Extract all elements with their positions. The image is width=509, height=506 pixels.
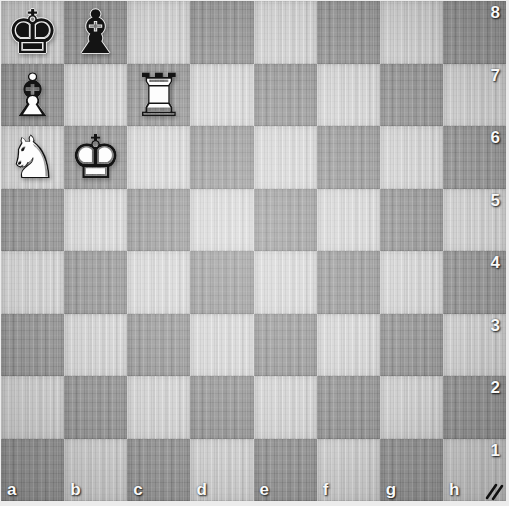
square-e5[interactable] [254, 189, 317, 252]
white-bishop-a7[interactable]: ♝♗ [1, 64, 64, 127]
square-b3[interactable] [64, 314, 127, 377]
piece-outline-glyph: ♗ [1, 64, 64, 127]
square-e7[interactable] [254, 64, 317, 127]
piece-outline-glyph: ♘ [1, 126, 64, 189]
rank-label-7: 7 [491, 67, 500, 84]
square-a8[interactable]: ♚ [1, 1, 64, 64]
square-c7[interactable]: ♜♖ [127, 64, 190, 127]
piece-glyph: ♝ [64, 1, 127, 64]
square-c8[interactable] [127, 1, 190, 64]
rank-label-1: 1 [491, 442, 500, 459]
square-d1[interactable]: d [190, 439, 253, 502]
rank-label-6: 6 [491, 129, 500, 146]
square-e1[interactable]: e [254, 439, 317, 502]
square-d8[interactable] [190, 1, 253, 64]
white-king-b6[interactable]: ♚♔ [64, 126, 127, 189]
square-b7[interactable] [64, 64, 127, 127]
square-d5[interactable] [190, 189, 253, 252]
square-e2[interactable] [254, 376, 317, 439]
file-label-f: f [323, 481, 329, 498]
square-b4[interactable] [64, 251, 127, 314]
square-c2[interactable] [127, 376, 190, 439]
board: ♚♝8♝♗♜♖7♞♘♚♔65432abcdefgh1 [1, 1, 506, 501]
square-f3[interactable] [317, 314, 380, 377]
chess-app-window: { "game": "chess", "position": "kb6/B1R5… [0, 0, 509, 506]
square-e3[interactable] [254, 314, 317, 377]
square-b2[interactable] [64, 376, 127, 439]
square-a1[interactable]: a [1, 439, 64, 502]
square-c1[interactable]: c [127, 439, 190, 502]
square-h8[interactable]: 8 [443, 1, 506, 64]
white-rook-c7[interactable]: ♜♖ [127, 64, 190, 127]
square-g4[interactable] [380, 251, 443, 314]
white-knight-a6[interactable]: ♞♘ [1, 126, 64, 189]
square-d3[interactable] [190, 314, 253, 377]
square-e6[interactable] [254, 126, 317, 189]
square-f2[interactable] [317, 376, 380, 439]
rank-label-3: 3 [491, 317, 500, 334]
square-a5[interactable] [1, 189, 64, 252]
square-g3[interactable] [380, 314, 443, 377]
black-bishop-b8[interactable]: ♝ [64, 1, 127, 64]
square-h6[interactable]: 6 [443, 126, 506, 189]
square-g2[interactable] [380, 376, 443, 439]
square-a3[interactable] [1, 314, 64, 377]
square-d2[interactable] [190, 376, 253, 439]
piece-outline-glyph: ♔ [64, 126, 127, 189]
square-h3[interactable]: 3 [443, 314, 506, 377]
square-h2[interactable]: 2 [443, 376, 506, 439]
square-d4[interactable] [190, 251, 253, 314]
square-b8[interactable]: ♝ [64, 1, 127, 64]
square-g7[interactable] [380, 64, 443, 127]
rank-label-4: 4 [491, 254, 500, 271]
piece-glyph: ♚ [1, 1, 64, 64]
square-a6[interactable]: ♞♘ [1, 126, 64, 189]
square-b1[interactable]: b [64, 439, 127, 502]
square-h4[interactable]: 4 [443, 251, 506, 314]
square-g6[interactable] [380, 126, 443, 189]
square-f8[interactable] [317, 1, 380, 64]
square-a7[interactable]: ♝♗ [1, 64, 64, 127]
square-b6[interactable]: ♚♔ [64, 126, 127, 189]
square-c4[interactable] [127, 251, 190, 314]
square-f7[interactable] [317, 64, 380, 127]
square-b5[interactable] [64, 189, 127, 252]
square-c3[interactable] [127, 314, 190, 377]
square-c6[interactable] [127, 126, 190, 189]
rank-label-5: 5 [491, 192, 500, 209]
square-h7[interactable]: 7 [443, 64, 506, 127]
piece-outline-glyph: ♖ [127, 64, 190, 127]
square-f5[interactable] [317, 189, 380, 252]
file-label-g: g [386, 481, 396, 498]
square-e4[interactable] [254, 251, 317, 314]
square-d6[interactable] [190, 126, 253, 189]
file-label-e: e [260, 481, 269, 498]
square-d7[interactable] [190, 64, 253, 127]
resize-handle-icon[interactable] [484, 481, 505, 502]
file-label-d: d [196, 481, 206, 498]
square-f4[interactable] [317, 251, 380, 314]
file-label-b: b [70, 481, 80, 498]
file-label-h: h [449, 481, 459, 498]
square-e8[interactable] [254, 1, 317, 64]
square-f1[interactable]: f [317, 439, 380, 502]
rank-label-2: 2 [491, 379, 500, 396]
square-a2[interactable] [1, 376, 64, 439]
rank-label-8: 8 [491, 4, 500, 21]
file-label-c: c [133, 481, 142, 498]
square-g8[interactable] [380, 1, 443, 64]
square-g1[interactable]: g [380, 439, 443, 502]
black-king-a8[interactable]: ♚ [1, 1, 64, 64]
file-label-a: a [7, 481, 16, 498]
square-g5[interactable] [380, 189, 443, 252]
resize-handle-strokes [484, 481, 505, 502]
square-h5[interactable]: 5 [443, 189, 506, 252]
square-a4[interactable] [1, 251, 64, 314]
square-f6[interactable] [317, 126, 380, 189]
square-c5[interactable] [127, 189, 190, 252]
